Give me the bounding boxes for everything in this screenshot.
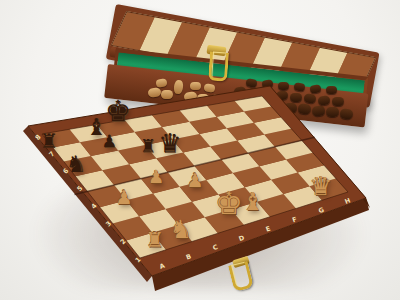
piece-black-pawn-c7[interactable]: ♟ — [101, 133, 116, 150]
piece-white-pawn-b4[interactable]: ♟ — [115, 188, 132, 207]
piece-black-rook-a8[interactable]: ♜ — [40, 131, 58, 151]
piece-white-rook-a1[interactable]: ♜ — [146, 230, 165, 251]
piece-white-bishop-e1[interactable]: ♝ — [242, 189, 264, 214]
piece-white-pawn-c4[interactable]: ♟ — [148, 168, 164, 186]
piece-black-queen-e6[interactable]: ♛ — [158, 130, 181, 156]
piece-black-king-d8[interactable]: ♚ — [105, 97, 131, 126]
piece-white-queen-h1[interactable]: ♛ — [309, 173, 332, 199]
piece-white-pawn-d4[interactable]: ♟ — [186, 171, 203, 190]
piece-white-king-d1[interactable]: ♚ — [215, 188, 243, 219]
product-photo-stage: 12345678ABCDEFGH ♜♝♚♟♞♜♛♟♟♟♜♞♚♝♛ — [0, 0, 400, 300]
piece-black-knight-a6[interactable]: ♞ — [66, 153, 87, 176]
piece-white-knight-c1[interactable]: ♞ — [170, 217, 192, 242]
chess-board: 12345678ABCDEFGH — [0, 0, 400, 300]
piece-black-rook-d6[interactable]: ♜ — [140, 137, 156, 155]
